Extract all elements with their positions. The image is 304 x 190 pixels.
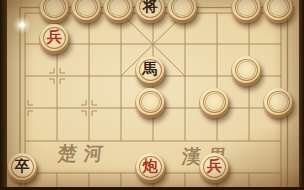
piece-label: 将 [136, 0, 164, 20]
piece-blank-inner-disc [45, 0, 64, 16]
piece-red-soldier[interactable]: 兵 [199, 153, 229, 183]
piece-black-soldier[interactable]: 卒 [7, 153, 37, 183]
sparkle-effect: ✦ [13, 16, 31, 34]
piece-blank-inner-disc [205, 93, 224, 111]
piece-black-general[interactable]: 将 [135, 0, 165, 23]
piece-label: 兵 [200, 153, 228, 180]
piece-blank-inner-disc [269, 93, 288, 111]
piece-black-horse[interactable]: 馬 [135, 56, 165, 86]
piece-blank-inner-disc [77, 0, 96, 16]
game-screen: 楚河 漢界 将兵馬卒炮兵 ✦ [0, 0, 304, 190]
piece-label: 炮 [136, 153, 164, 180]
piece-hidden-facedown[interactable] [135, 88, 165, 118]
piece-blank-inner-disc [237, 0, 256, 16]
piece-label: 卒 [8, 153, 36, 180]
piece-hidden-facedown[interactable] [71, 0, 101, 23]
piece-blank-inner-disc [237, 61, 256, 79]
piece-hidden-facedown[interactable] [263, 88, 293, 118]
piece-hidden-facedown[interactable] [39, 0, 69, 23]
piece-hidden-facedown[interactable] [103, 0, 133, 23]
piece-red-soldier[interactable]: 兵 [39, 24, 69, 54]
piece-label: 馬 [136, 56, 164, 83]
piece-red-cannon[interactable]: 炮 [135, 153, 165, 183]
piece-label: 兵 [40, 24, 68, 51]
piece-hidden-facedown[interactable] [199, 88, 229, 118]
piece-hidden-facedown[interactable] [231, 0, 261, 23]
piece-blank-inner-disc [141, 93, 160, 111]
piece-blank-inner-disc [109, 0, 128, 16]
piece-hidden-facedown[interactable] [167, 0, 197, 23]
piece-hidden-facedown[interactable] [231, 56, 261, 86]
piece-blank-inner-disc [269, 0, 288, 16]
piece-hidden-facedown[interactable] [263, 0, 293, 23]
pieces-layer: 将兵馬卒炮兵 [0, 0, 304, 190]
xiangqi-board[interactable]: 楚河 漢界 将兵馬卒炮兵 ✦ [0, 0, 304, 190]
piece-blank-inner-disc [173, 0, 192, 16]
